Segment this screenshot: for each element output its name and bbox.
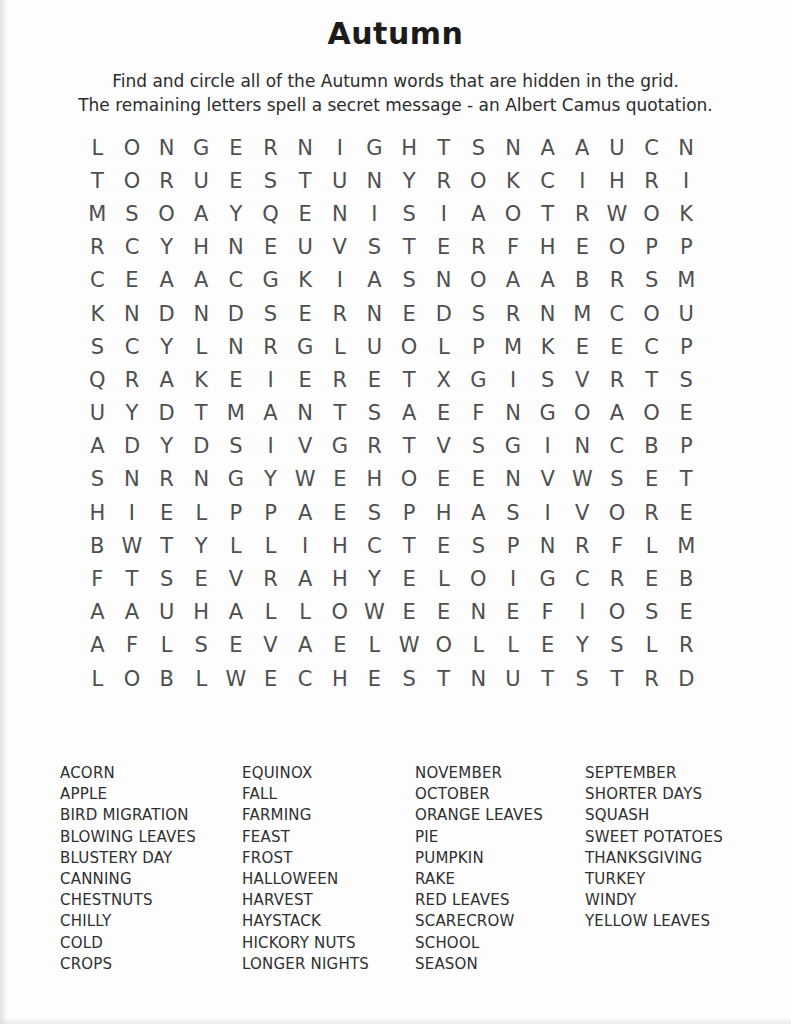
grid-cell-r9c10: A — [392, 397, 427, 430]
grid-cell-r3c13: O — [496, 197, 531, 230]
grid-cell-r11c5: G — [219, 463, 254, 496]
grid-cell-r1c13: N — [496, 131, 531, 164]
grid-cell-r14c2: T — [115, 562, 150, 595]
grid-cell-r6c1: K — [80, 297, 115, 330]
grid-cell-r16c3: L — [149, 629, 184, 662]
grid-cell-r5c11: N — [426, 264, 461, 297]
grid-cell-r5c8: I — [322, 264, 357, 297]
grid-cell-r5c7: K — [288, 264, 323, 297]
grid-cell-r5c9: A — [357, 264, 392, 297]
grid-cell-r7c1: S — [80, 330, 115, 363]
grid-cell-r14c5: V — [219, 562, 254, 595]
grid-cell-r3c16: W — [600, 197, 635, 230]
grid-cell-r3c14: T — [530, 197, 565, 230]
grid-cell-r4c1: R — [80, 231, 115, 264]
grid-cell-r4c14: H — [530, 231, 565, 264]
grid-cell-r12c5: P — [219, 496, 254, 529]
grid-cell-r4c16: O — [600, 231, 635, 264]
grid-cell-r16c14: E — [530, 629, 565, 662]
grid-cell-r8c5: E — [219, 363, 254, 396]
grid-cell-r7c7: G — [288, 330, 323, 363]
grid-cell-r12c4: L — [184, 496, 219, 529]
grid-cell-r4c12: R — [461, 231, 496, 264]
grid-cell-r16c9: L — [357, 629, 392, 662]
grid-cell-r13c11: E — [426, 529, 461, 562]
grid-cell-r2c4: U — [184, 164, 219, 197]
grid-cell-r1c6: R — [253, 131, 288, 164]
grid-cell-r16c17: L — [634, 629, 669, 662]
grid-cell-r13c16: F — [600, 529, 635, 562]
grid-cell-r17c5: W — [219, 662, 254, 695]
grid-cell-r1c5: E — [219, 131, 254, 164]
word-list-item: ACORN — [60, 763, 242, 784]
grid-cell-r6c4: N — [184, 297, 219, 330]
grid-cell-r6c9: N — [357, 297, 392, 330]
grid-cell-r4c10: T — [392, 231, 427, 264]
grid-cell-r17c8: H — [322, 662, 357, 695]
grid-cell-r15c8: O — [322, 596, 357, 629]
grid-cell-r10c10: T — [392, 430, 427, 463]
grid-cell-r16c4: S — [184, 629, 219, 662]
grid-cell-r6c10: E — [392, 297, 427, 330]
instructions: Find and circle all of the Autumn words … — [0, 69, 791, 117]
grid-cell-r14c13: I — [496, 562, 531, 595]
grid-cell-r16c18: R — [669, 629, 704, 662]
grid-cell-r15c3: U — [149, 596, 184, 629]
grid-cell-r8c10: T — [392, 363, 427, 396]
grid-cell-r2c2: O — [115, 164, 150, 197]
grid-cell-r14c4: E — [184, 562, 219, 595]
grid-cell-r8c17: T — [634, 363, 669, 396]
word-list-item: SWEET POTATOES — [585, 827, 791, 848]
grid-cell-r2c1: T — [80, 164, 115, 197]
grid-cell-r4c5: N — [219, 231, 254, 264]
grid-cell-r10c6: I — [253, 430, 288, 463]
grid-cell-r5c3: A — [149, 264, 184, 297]
grid-cell-r1c12: S — [461, 131, 496, 164]
grid-cell-r17c1: L — [80, 662, 115, 695]
grid-cell-r10c3: Y — [149, 430, 184, 463]
grid-cell-r15c9: W — [357, 596, 392, 629]
grid-cell-r17c18: D — [669, 662, 704, 695]
grid-cell-r5c5: C — [219, 264, 254, 297]
grid-cell-r2c6: S — [253, 164, 288, 197]
grid-cell-r2c11: R — [426, 164, 461, 197]
grid-cell-r7c2: C — [115, 330, 150, 363]
grid-cell-r10c4: D — [184, 430, 219, 463]
grid-cell-r9c1: U — [80, 397, 115, 430]
grid-cell-r13c8: H — [322, 529, 357, 562]
grid-cell-r14c3: S — [149, 562, 184, 595]
grid-cell-r9c3: D — [149, 397, 184, 430]
grid-cell-r17c2: O — [115, 662, 150, 695]
grid-cell-r10c14: I — [530, 430, 565, 463]
grid-cell-r8c14: S — [530, 363, 565, 396]
grid-cell-r12c1: H — [80, 496, 115, 529]
grid-cell-r5c17: S — [634, 264, 669, 297]
grid-cell-r3c9: I — [357, 197, 392, 230]
grid-cell-r11c13: N — [496, 463, 531, 496]
grid-cell-r11c16: S — [600, 463, 635, 496]
word-list-item: HALLOWEEN — [242, 869, 415, 890]
grid-cell-r5c18: M — [669, 264, 704, 297]
grid-cell-r3c12: A — [461, 197, 496, 230]
grid-cell-r8c8: R — [322, 363, 357, 396]
grid-cell-r2c12: O — [461, 164, 496, 197]
grid-cell-r17c13: U — [496, 662, 531, 695]
grid-cell-r17c4: L — [184, 662, 219, 695]
word-list-item: HAYSTACK — [242, 911, 415, 932]
grid-cell-r10c18: P — [669, 430, 704, 463]
grid-cell-r13c13: P — [496, 529, 531, 562]
grid-cell-r14c16: R — [600, 562, 635, 595]
grid-cell-r16c5: E — [219, 629, 254, 662]
grid-cell-r8c3: A — [149, 363, 184, 396]
grid-cell-r12c13: S — [496, 496, 531, 529]
word-list-item: CHESTNUTS — [60, 890, 242, 911]
word-list-item: HARVEST — [242, 890, 415, 911]
grid-cell-r8c9: E — [357, 363, 392, 396]
grid-cell-r17c16: T — [600, 662, 635, 695]
grid-cell-r16c7: A — [288, 629, 323, 662]
grid-cell-r7c6: R — [253, 330, 288, 363]
grid-cell-r8c7: E — [288, 363, 323, 396]
word-list-column-3: NOVEMBEROCTOBERORANGE LEAVESPIEPUMPKINRA… — [415, 763, 585, 975]
grid-cell-r10c5: S — [219, 430, 254, 463]
grid-cell-r6c12: S — [461, 297, 496, 330]
grid-cell-r12c17: R — [634, 496, 669, 529]
grid-cell-r8c1: Q — [80, 363, 115, 396]
word-list-item: APPLE — [60, 784, 242, 805]
grid-cell-r9c15: O — [565, 397, 600, 430]
word-list-item: EQUINOX — [242, 763, 415, 784]
grid-cell-r5c6: G — [253, 264, 288, 297]
grid-cell-r10c13: G — [496, 430, 531, 463]
grid-cell-r7c10: O — [392, 330, 427, 363]
word-list-item: BLUSTERY DAY — [60, 848, 242, 869]
grid-cell-r8c16: R — [600, 363, 635, 396]
grid-cell-r11c8: E — [322, 463, 357, 496]
grid-cell-r6c18: U — [669, 297, 704, 330]
grid-cell-r11c11: E — [426, 463, 461, 496]
grid-cell-r17c10: S — [392, 662, 427, 695]
grid-cell-r5c14: A — [530, 264, 565, 297]
grid-cell-r16c16: S — [600, 629, 635, 662]
grid-cell-r13c1: B — [80, 529, 115, 562]
grid-cell-r14c9: Y — [357, 562, 392, 595]
grid-cell-r13c9: C — [357, 529, 392, 562]
grid-cell-r9c2: Y — [115, 397, 150, 430]
grid-cell-r10c7: V — [288, 430, 323, 463]
grid-cell-r15c11: E — [426, 596, 461, 629]
puzzle-title: Autumn — [0, 17, 791, 51]
grid-cell-r3c18: K — [669, 197, 704, 230]
grid-cell-r8c2: R — [115, 363, 150, 396]
grid-cell-r1c16: U — [600, 131, 635, 164]
grid-cell-r6c8: R — [322, 297, 357, 330]
grid-cell-r11c14: V — [530, 463, 565, 496]
grid-cell-r6c7: E — [288, 297, 323, 330]
grid-cell-r7c9: U — [357, 330, 392, 363]
grid-cell-r9c7: N — [288, 397, 323, 430]
word-list-item: SEPTEMBER — [585, 763, 791, 784]
grid-cell-r2c14: C — [530, 164, 565, 197]
grid-cell-r11c6: Y — [253, 463, 288, 496]
grid-cell-r12c15: V — [565, 496, 600, 529]
word-list-item: BLOWING LEAVES — [60, 827, 242, 848]
grid-cell-r17c14: T — [530, 662, 565, 695]
grid-cell-r9c5: M — [219, 397, 254, 430]
grid-cell-r2c13: K — [496, 164, 531, 197]
grid-cell-r10c9: R — [357, 430, 392, 463]
grid-cell-r13c18: M — [669, 529, 704, 562]
grid-cell-r6c13: R — [496, 297, 531, 330]
grid-cell-r4c7: U — [288, 231, 323, 264]
grid-cell-r14c17: E — [634, 562, 669, 595]
grid-cell-r8c12: G — [461, 363, 496, 396]
grid-cell-r3c11: I — [426, 197, 461, 230]
grid-cell-r9c13: N — [496, 397, 531, 430]
grid-cell-r12c8: E — [322, 496, 357, 529]
grid-cell-r16c12: L — [461, 629, 496, 662]
grid-cell-r7c18: P — [669, 330, 704, 363]
grid-cell-r9c6: A — [253, 397, 288, 430]
grid-cell-r13c7: I — [288, 529, 323, 562]
grid-cell-r9c14: G — [530, 397, 565, 430]
word-list-item: COLD — [60, 933, 242, 954]
grid-cell-r5c16: R — [600, 264, 635, 297]
grid-cell-r11c18: T — [669, 463, 704, 496]
grid-cell-r6c3: D — [149, 297, 184, 330]
word-list-item: RAKE — [415, 869, 585, 890]
grid-cell-r10c1: A — [80, 430, 115, 463]
grid-cell-r16c13: L — [496, 629, 531, 662]
grid-cell-r2c18: I — [669, 164, 704, 197]
grid-cell-r9c8: T — [322, 397, 357, 430]
grid-cell-r15c6: L — [253, 596, 288, 629]
grid-cell-r11c17: E — [634, 463, 669, 496]
grid-cell-r9c18: E — [669, 397, 704, 430]
grid-cell-r12c12: A — [461, 496, 496, 529]
grid-cell-r17c15: S — [565, 662, 600, 695]
grid-cell-r11c9: H — [357, 463, 392, 496]
grid-cell-r1c3: N — [149, 131, 184, 164]
instructions-line-1: Find and circle all of the Autumn words … — [0, 69, 791, 93]
word-list-item: CANNING — [60, 869, 242, 890]
grid-cell-r4c2: C — [115, 231, 150, 264]
grid-cell-r4c11: E — [426, 231, 461, 264]
grid-cell-r6c5: D — [219, 297, 254, 330]
grid-cell-r8c18: S — [669, 363, 704, 396]
grid-cell-r11c3: R — [149, 463, 184, 496]
grid-cell-r15c13: E — [496, 596, 531, 629]
grid-cell-r16c6: V — [253, 629, 288, 662]
grid-cell-r10c2: D — [115, 430, 150, 463]
instructions-line-2: The remaining letters spell a secret mes… — [0, 93, 791, 117]
grid-cell-r7c11: L — [426, 330, 461, 363]
grid-cell-r7c14: K — [530, 330, 565, 363]
grid-cell-r4c15: E — [565, 231, 600, 264]
grid-cell-r5c12: O — [461, 264, 496, 297]
grid-cell-r12c3: E — [149, 496, 184, 529]
grid-cell-r2c15: I — [565, 164, 600, 197]
grid-cell-r16c2: F — [115, 629, 150, 662]
grid-cell-r13c6: L — [253, 529, 288, 562]
grid-cell-r1c14: A — [530, 131, 565, 164]
grid-cell-r1c2: O — [115, 131, 150, 164]
grid-cell-r7c16: E — [600, 330, 635, 363]
grid-cell-r9c16: A — [600, 397, 635, 430]
grid-cell-r16c1: A — [80, 629, 115, 662]
word-list-column-1: ACORNAPPLEBIRD MIGRATIONBLOWING LEAVESBL… — [60, 763, 242, 975]
grid-cell-r1c18: N — [669, 131, 704, 164]
grid-cell-r3c15: R — [565, 197, 600, 230]
grid-cell-r9c11: E — [426, 397, 461, 430]
grid-cell-r2c17: R — [634, 164, 669, 197]
grid-cell-r17c12: N — [461, 662, 496, 695]
grid-cell-r4c4: H — [184, 231, 219, 264]
grid-cell-r3c4: A — [184, 197, 219, 230]
grid-cell-r7c5: N — [219, 330, 254, 363]
grid-cell-r1c8: I — [322, 131, 357, 164]
grid-cell-r5c13: A — [496, 264, 531, 297]
word-list-item: OCTOBER — [415, 784, 585, 805]
grid-cell-r11c12: E — [461, 463, 496, 496]
grid-cell-r15c17: S — [634, 596, 669, 629]
grid-cell-r7c4: L — [184, 330, 219, 363]
word-list-item: YELLOW LEAVES — [585, 911, 791, 932]
grid-cell-r8c11: X — [426, 363, 461, 396]
grid-cell-r12c9: S — [357, 496, 392, 529]
grid-cell-r13c3: T — [149, 529, 184, 562]
grid-cell-r15c7: L — [288, 596, 323, 629]
word-list-column-2: EQUINOXFALLFARMINGFEASTFROSTHALLOWEENHAR… — [242, 763, 415, 975]
grid-cell-r5c4: A — [184, 264, 219, 297]
grid-cell-r4c17: P — [634, 231, 669, 264]
grid-cell-r16c15: Y — [565, 629, 600, 662]
grid-cell-r13c12: S — [461, 529, 496, 562]
grid-cell-r15c16: O — [600, 596, 635, 629]
word-list-item: NOVEMBER — [415, 763, 585, 784]
grid-cell-r15c18: E — [669, 596, 704, 629]
grid-cell-r13c15: R — [565, 529, 600, 562]
grid-cell-r6c17: O — [634, 297, 669, 330]
grid-cell-r9c4: T — [184, 397, 219, 430]
grid-cell-r8c13: I — [496, 363, 531, 396]
grid-cell-r11c15: W — [565, 463, 600, 496]
word-list-item: SQUASH — [585, 805, 791, 826]
grid-cell-r1c9: G — [357, 131, 392, 164]
grid-cell-r16c8: E — [322, 629, 357, 662]
grid-cell-r13c10: T — [392, 529, 427, 562]
grid-cell-r7c8: L — [322, 330, 357, 363]
grid-cell-r3c1: M — [80, 197, 115, 230]
word-list-item: FALL — [242, 784, 415, 805]
word-list-item: PUMPKIN — [415, 848, 585, 869]
grid-cell-r12c16: O — [600, 496, 635, 529]
word-search-grid: LONGERNIGHTSNAAUCNTORUESTUNYROKCIHRIMSOA… — [80, 131, 704, 695]
grid-cell-r13c14: N — [530, 529, 565, 562]
grid-cell-r14c14: G — [530, 562, 565, 595]
grid-cell-r1c11: T — [426, 131, 461, 164]
grid-cell-r14c10: E — [392, 562, 427, 595]
word-list-item: SHORTER DAYS — [585, 784, 791, 805]
grid-cell-r6c14: N — [530, 297, 565, 330]
grid-cell-r5c1: C — [80, 264, 115, 297]
word-list-item: PIE — [415, 827, 585, 848]
grid-cell-r6c6: S — [253, 297, 288, 330]
grid-cell-r15c14: F — [530, 596, 565, 629]
grid-cell-r16c10: W — [392, 629, 427, 662]
grid-cell-r10c16: C — [600, 430, 635, 463]
word-list-item: SCHOOL — [415, 933, 585, 954]
word-list-item: RED LEAVES — [415, 890, 585, 911]
grid-cell-r5c2: E — [115, 264, 150, 297]
grid-cell-r7c15: E — [565, 330, 600, 363]
grid-cell-r2c10: Y — [392, 164, 427, 197]
grid-cell-r13c4: Y — [184, 529, 219, 562]
grid-cell-r15c15: I — [565, 596, 600, 629]
grid-cell-r7c17: C — [634, 330, 669, 363]
grid-cell-r1c17: C — [634, 131, 669, 164]
grid-cell-r6c15: M — [565, 297, 600, 330]
grid-cell-r8c6: I — [253, 363, 288, 396]
grid-cell-r14c7: A — [288, 562, 323, 595]
grid-cell-r3c5: Y — [219, 197, 254, 230]
grid-cell-r3c6: Q — [253, 197, 288, 230]
grid-cell-r3c3: O — [149, 197, 184, 230]
grid-cell-r4c8: V — [322, 231, 357, 264]
word-list-column-4: SEPTEMBERSHORTER DAYSSQUASHSWEET POTATOE… — [585, 763, 791, 933]
word-list-item: FROST — [242, 848, 415, 869]
grid-cell-r14c8: H — [322, 562, 357, 595]
grid-cell-r2c16: H — [600, 164, 635, 197]
word-list-item: FARMING — [242, 805, 415, 826]
grid-cell-r11c2: N — [115, 463, 150, 496]
grid-cell-r4c6: E — [253, 231, 288, 264]
grid-cell-r3c10: S — [392, 197, 427, 230]
grid-cell-r11c10: O — [392, 463, 427, 496]
grid-cell-r7c12: P — [461, 330, 496, 363]
grid-cell-r14c1: F — [80, 562, 115, 595]
grid-cell-r17c9: E — [357, 662, 392, 695]
grid-cell-r12c2: I — [115, 496, 150, 529]
grid-cell-r5c10: S — [392, 264, 427, 297]
grid-cell-r15c1: A — [80, 596, 115, 629]
word-list-item: LONGER NIGHTS — [242, 954, 415, 975]
word-list-item: CHILLY — [60, 911, 242, 932]
grid-cell-r8c15: V — [565, 363, 600, 396]
word-list-item: SEASON — [415, 954, 585, 975]
grid-cell-r15c5: A — [219, 596, 254, 629]
word-list-item: SCARECROW — [415, 911, 585, 932]
grid-cell-r17c11: T — [426, 662, 461, 695]
grid-cell-r14c15: C — [565, 562, 600, 595]
grid-cell-r14c12: O — [461, 562, 496, 595]
grid-cell-r3c7: E — [288, 197, 323, 230]
word-list-item: TURKEY — [585, 869, 791, 890]
grid-cell-r4c9: S — [357, 231, 392, 264]
grid-cell-r17c3: B — [149, 662, 184, 695]
grid-cell-r15c2: A — [115, 596, 150, 629]
grid-cell-r13c17: L — [634, 529, 669, 562]
grid-cell-r2c7: T — [288, 164, 323, 197]
grid-cell-r13c5: L — [219, 529, 254, 562]
grid-cell-r2c5: E — [219, 164, 254, 197]
grid-cell-r11c7: W — [288, 463, 323, 496]
grid-cell-r12c14: I — [530, 496, 565, 529]
word-list-item: BIRD MIGRATION — [60, 805, 242, 826]
